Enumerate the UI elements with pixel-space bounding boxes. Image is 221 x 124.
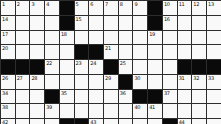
cell-r5c15-black bbox=[207, 60, 221, 75]
cell-r1c14[interactable]: 12 bbox=[192, 1, 207, 16]
cell-r7c2[interactable] bbox=[16, 90, 31, 105]
cell-r5c5[interactable] bbox=[60, 60, 75, 75]
cell-r3c8[interactable] bbox=[104, 31, 119, 46]
cell-r7c6[interactable] bbox=[75, 90, 90, 105]
clue-number-29: 29 bbox=[105, 75, 111, 81]
clue-number-23: 23 bbox=[76, 60, 82, 66]
cell-r9c8[interactable] bbox=[104, 119, 119, 124]
cell-r2c13[interactable] bbox=[178, 16, 193, 31]
clue-number-35: 35 bbox=[61, 90, 67, 96]
cell-r4c1[interactable]: 20 bbox=[1, 45, 16, 60]
clue-number-16: 16 bbox=[164, 16, 170, 22]
cell-r8c12[interactable] bbox=[163, 104, 178, 119]
cell-r7c3[interactable] bbox=[30, 90, 45, 105]
cell-r6c4[interactable] bbox=[45, 75, 60, 90]
cell-r4c2[interactable] bbox=[16, 45, 31, 60]
clue-number-24: 24 bbox=[90, 60, 96, 66]
cell-r6c15[interactable]: 33 bbox=[207, 75, 221, 90]
cell-r3c4[interactable] bbox=[45, 31, 60, 46]
cell-r2c4[interactable] bbox=[45, 16, 60, 31]
cell-r4c8[interactable]: 21 bbox=[104, 45, 119, 60]
cell-r6c5[interactable] bbox=[60, 75, 75, 90]
cell-r3c1[interactable]: 17 bbox=[1, 31, 16, 46]
cell-r6c11[interactable] bbox=[148, 75, 163, 90]
cell-r8c10[interactable]: 40 bbox=[133, 104, 148, 119]
cell-r1c1[interactable]: 1 bbox=[1, 1, 16, 16]
clue-number-18: 18 bbox=[61, 31, 67, 37]
cell-r3c10[interactable] bbox=[133, 31, 148, 46]
cell-r9c1[interactable]: 42 bbox=[1, 119, 16, 124]
cell-r7c7[interactable] bbox=[89, 90, 104, 105]
cell-r1c8[interactable]: 7 bbox=[104, 1, 119, 16]
cell-r3c9[interactable] bbox=[119, 31, 134, 46]
cell-r9c3[interactable] bbox=[30, 119, 45, 124]
clue-number-38: 38 bbox=[2, 104, 8, 110]
cell-r9c7[interactable]: 43 bbox=[89, 119, 104, 124]
clue-number-8: 8 bbox=[120, 1, 123, 7]
cell-r7c9[interactable]: 36 bbox=[119, 90, 134, 105]
cell-r8c3[interactable] bbox=[30, 104, 45, 119]
cell-r3c12[interactable] bbox=[163, 31, 178, 46]
cell-r8c13[interactable] bbox=[178, 104, 193, 119]
cell-r7c1[interactable]: 34 bbox=[1, 90, 16, 105]
clue-number-6: 6 bbox=[90, 1, 93, 7]
cell-r9c15[interactable] bbox=[207, 119, 221, 124]
cell-r8c6[interactable] bbox=[75, 104, 90, 119]
cell-r4c10[interactable] bbox=[133, 45, 148, 60]
cell-r8c9[interactable] bbox=[119, 104, 134, 119]
cell-r1c11-black bbox=[148, 1, 163, 16]
cell-r1c5-black bbox=[60, 1, 75, 16]
cell-r8c8[interactable] bbox=[104, 104, 119, 119]
cell-r2c14[interactable] bbox=[192, 16, 207, 31]
clue-number-43: 43 bbox=[90, 119, 96, 124]
clue-number-15: 15 bbox=[76, 16, 82, 22]
cell-r5c6[interactable]: 23 bbox=[75, 60, 90, 75]
cell-r9c13[interactable]: 44 bbox=[178, 119, 193, 124]
cell-r6c13[interactable]: 31 bbox=[178, 75, 193, 90]
cell-r6c10[interactable]: 30 bbox=[133, 75, 148, 90]
cell-r5c12[interactable] bbox=[163, 60, 178, 75]
cell-r5c11[interactable] bbox=[148, 60, 163, 75]
clue-number-27: 27 bbox=[17, 75, 23, 81]
cell-r9c10[interactable] bbox=[133, 119, 148, 124]
cell-r1c7[interactable]: 6 bbox=[89, 1, 104, 16]
clue-number-33: 33 bbox=[208, 75, 214, 81]
clue-number-25: 25 bbox=[120, 60, 126, 66]
cell-r6c6[interactable] bbox=[75, 75, 90, 90]
clue-number-13: 13 bbox=[208, 1, 214, 7]
cell-r2c2[interactable] bbox=[16, 16, 31, 31]
cell-r9c5-black bbox=[60, 119, 75, 124]
cell-r2c1[interactable]: 14 bbox=[1, 16, 16, 31]
cell-r1c3[interactable]: 3 bbox=[30, 1, 45, 16]
cell-r1c2[interactable]: 2 bbox=[16, 1, 31, 16]
cell-r4c14[interactable] bbox=[192, 45, 207, 60]
clue-number-4: 4 bbox=[46, 1, 49, 7]
clue-number-41: 41 bbox=[149, 104, 155, 110]
clue-number-17: 17 bbox=[2, 31, 8, 37]
cell-r2c10[interactable] bbox=[133, 16, 148, 31]
cell-r3c3[interactable] bbox=[30, 31, 45, 46]
clue-number-14: 14 bbox=[2, 16, 8, 22]
cell-r2c15[interactable] bbox=[207, 16, 221, 31]
cell-r5c7[interactable]: 24 bbox=[89, 60, 104, 75]
clue-number-3: 3 bbox=[31, 1, 34, 7]
cell-r2c3[interactable] bbox=[30, 16, 45, 31]
clue-number-44: 44 bbox=[179, 119, 185, 124]
cell-r3c15[interactable] bbox=[207, 31, 221, 46]
cell-r7c5[interactable]: 35 bbox=[60, 90, 75, 105]
cell-r8c2[interactable] bbox=[16, 104, 31, 119]
clue-number-12: 12 bbox=[193, 1, 199, 7]
cell-r8c4[interactable]: 39 bbox=[45, 104, 60, 119]
clue-number-7: 7 bbox=[105, 1, 108, 7]
cell-r7c14[interactable] bbox=[192, 90, 207, 105]
cell-r3c5[interactable]: 18 bbox=[60, 31, 75, 46]
cell-r2c6[interactable]: 15 bbox=[75, 16, 90, 31]
cell-r3c14[interactable] bbox=[192, 31, 207, 46]
cell-r1c4[interactable]: 4 bbox=[45, 1, 60, 16]
clue-number-20: 20 bbox=[2, 45, 8, 51]
cell-r1c10[interactable]: 9 bbox=[133, 1, 148, 16]
clue-number-42: 42 bbox=[2, 119, 8, 124]
clue-number-9: 9 bbox=[134, 1, 137, 7]
clue-number-11: 11 bbox=[179, 1, 185, 7]
cell-r6c8[interactable]: 29 bbox=[104, 75, 119, 90]
cell-r7c11-black bbox=[148, 90, 163, 105]
cell-r6c9-black bbox=[119, 75, 134, 90]
cell-r8c14[interactable] bbox=[192, 104, 207, 119]
cell-r1c15[interactable]: 13 bbox=[207, 1, 221, 16]
cell-r2c11-black bbox=[148, 16, 163, 31]
clue-number-21: 21 bbox=[105, 45, 111, 51]
cell-r4c12[interactable] bbox=[163, 45, 178, 60]
cell-r2c8[interactable] bbox=[104, 16, 119, 31]
clue-number-39: 39 bbox=[46, 104, 52, 110]
cell-r7c10-black bbox=[133, 90, 148, 105]
cell-r9c2[interactable] bbox=[16, 119, 31, 124]
cell-r4c13[interactable] bbox=[178, 45, 193, 60]
cell-r5c9[interactable]: 25 bbox=[119, 60, 134, 75]
cell-r3c7[interactable] bbox=[89, 31, 104, 46]
cell-r1c12[interactable]: 10 bbox=[163, 1, 178, 16]
cell-r3c11[interactable]: 19 bbox=[148, 31, 163, 46]
cell-r2c5-black bbox=[60, 16, 75, 31]
cell-r4c7-black bbox=[89, 45, 104, 60]
clue-number-32: 32 bbox=[193, 75, 199, 81]
cell-r9c9[interactable] bbox=[119, 119, 134, 124]
cell-r9c4[interactable] bbox=[45, 119, 60, 124]
cell-r8c7[interactable] bbox=[89, 104, 104, 119]
cell-r6c2[interactable]: 27 bbox=[16, 75, 31, 90]
clue-number-30: 30 bbox=[134, 75, 140, 81]
clue-number-26: 26 bbox=[2, 75, 8, 81]
cell-r9c11[interactable] bbox=[148, 119, 163, 124]
cell-r5c3-black bbox=[30, 60, 45, 75]
cell-r6c14[interactable]: 32 bbox=[192, 75, 207, 90]
clue-number-22: 22 bbox=[46, 60, 52, 66]
cell-r7c8[interactable] bbox=[104, 90, 119, 105]
cell-r2c9[interactable] bbox=[119, 16, 134, 31]
cell-r8c15[interactable] bbox=[207, 104, 221, 119]
crossword-grid: 1234567891011121314151617181920212223242… bbox=[0, 0, 221, 124]
cell-r1c6[interactable]: 5 bbox=[75, 1, 90, 16]
cell-r3c6[interactable] bbox=[75, 31, 90, 46]
clue-number-36: 36 bbox=[120, 90, 126, 96]
cell-r4c15[interactable] bbox=[207, 45, 221, 60]
cell-r1c13[interactable]: 11 bbox=[178, 1, 193, 16]
cell-r3c13[interactable] bbox=[178, 31, 193, 46]
clue-number-1: 1 bbox=[2, 1, 5, 7]
cell-r8c5[interactable] bbox=[60, 104, 75, 119]
cell-r8c11[interactable]: 41 bbox=[148, 104, 163, 119]
cell-r9c14[interactable] bbox=[192, 119, 207, 124]
cell-r9c6-black bbox=[75, 119, 90, 124]
cell-r4c4[interactable] bbox=[45, 45, 60, 60]
cell-r5c4[interactable]: 22 bbox=[45, 60, 60, 75]
cell-r6c7[interactable] bbox=[89, 75, 104, 90]
cell-r6c3[interactable]: 28 bbox=[30, 75, 45, 90]
cell-r7c4-black bbox=[45, 90, 60, 105]
cell-r4c9[interactable] bbox=[119, 45, 134, 60]
clue-number-31: 31 bbox=[179, 75, 185, 81]
clue-number-19: 19 bbox=[149, 31, 155, 37]
clue-number-37: 37 bbox=[164, 90, 170, 96]
cell-r2c7[interactable] bbox=[89, 16, 104, 31]
cell-r4c3[interactable] bbox=[30, 45, 45, 60]
cell-r5c10[interactable] bbox=[133, 60, 148, 75]
clue-number-40: 40 bbox=[134, 104, 140, 110]
clue-number-10: 10 bbox=[164, 1, 170, 7]
cell-r4c5[interactable] bbox=[60, 45, 75, 60]
cell-r7c12[interactable]: 37 bbox=[163, 90, 178, 105]
cell-r5c13-black bbox=[178, 60, 193, 75]
cell-r8c1[interactable]: 38 bbox=[1, 104, 16, 119]
cell-r4c6-black bbox=[75, 45, 90, 60]
cell-r1c9[interactable]: 8 bbox=[119, 1, 134, 16]
cell-r2c12[interactable]: 16 bbox=[163, 16, 178, 31]
cell-r5c2-black bbox=[16, 60, 31, 75]
cell-r4c11[interactable] bbox=[148, 45, 163, 60]
cell-r6c1[interactable]: 26 bbox=[1, 75, 16, 90]
cell-r7c13[interactable] bbox=[178, 90, 193, 105]
cell-r5c1-black bbox=[1, 60, 16, 75]
clue-number-5: 5 bbox=[76, 1, 79, 7]
cell-r5c14-black bbox=[192, 60, 207, 75]
cell-r3c2[interactable] bbox=[16, 31, 31, 46]
cell-r7c15[interactable] bbox=[207, 90, 221, 105]
clue-number-28: 28 bbox=[31, 75, 37, 81]
cell-r5c8-black bbox=[104, 60, 119, 75]
clue-number-2: 2 bbox=[17, 1, 20, 7]
crossword-puzzle: 1234567891011121314151617181920212223242… bbox=[0, 0, 221, 124]
cell-r9c12-black bbox=[163, 119, 178, 124]
clue-number-34: 34 bbox=[2, 90, 8, 96]
cell-r6c12[interactable] bbox=[163, 75, 178, 90]
